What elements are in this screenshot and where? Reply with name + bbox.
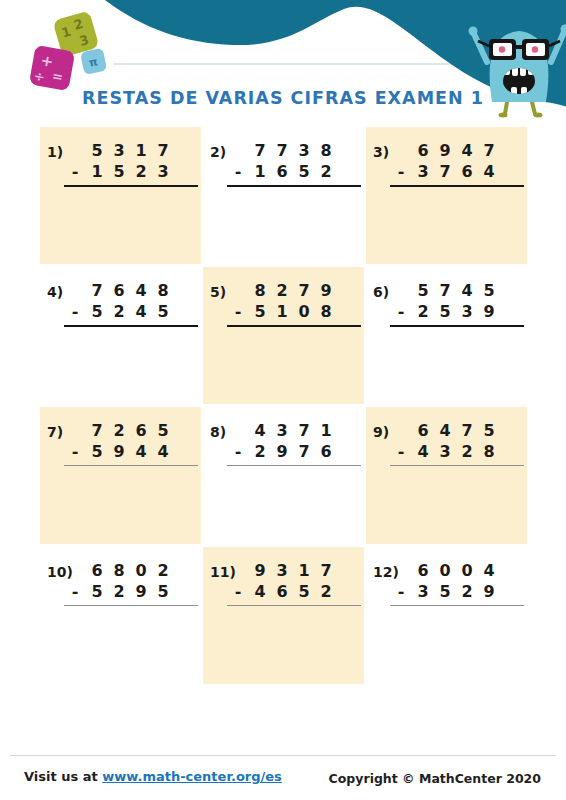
digit: 6 [412, 141, 434, 160]
digit: 6 [108, 281, 130, 300]
digit: 2 [315, 582, 337, 601]
problem-number: 5) [210, 284, 226, 300]
digit: 0 [434, 561, 456, 580]
digit: 6 [315, 442, 337, 461]
minuend: 4371 [227, 420, 361, 441]
subtrahend: -3764 [390, 161, 524, 182]
digit: 3 [412, 582, 434, 601]
subtraction-problem: 7265 -5944 [64, 420, 198, 466]
digit: 4 [456, 141, 478, 160]
digit: 8 [108, 561, 130, 580]
digit: 4 [249, 582, 271, 601]
problem-number: 4) [47, 284, 63, 300]
digit: 4 [130, 442, 152, 461]
dice-operators-icon: + ÷ = [29, 45, 75, 91]
digit: 3 [434, 442, 456, 461]
digit: 1 [271, 302, 293, 321]
digit: 7 [293, 442, 315, 461]
answer-line [64, 325, 198, 327]
digit: 0 [130, 561, 152, 580]
problem-cell: 3) 6947 -3764 [366, 127, 527, 264]
problem-cell: 4) 7648 -5245 [40, 267, 201, 404]
subtraction-problem: 6802 -5295 [64, 560, 198, 606]
minuend: 7648 [64, 280, 198, 301]
digit: 3 [152, 162, 174, 181]
digit: 4 [130, 281, 152, 300]
digit: 5 [86, 302, 108, 321]
digit: 5 [86, 141, 108, 160]
digit: 7 [434, 162, 456, 181]
minuend: 5745 [390, 280, 524, 301]
digit: 1 [249, 162, 271, 181]
digit: 0 [456, 561, 478, 580]
problem-cell: 8) 4371 -2976 [203, 407, 364, 544]
dice-pi-icon: π [80, 48, 107, 75]
subtrahend: -5108 [227, 301, 361, 322]
minuend: 8279 [227, 280, 361, 301]
minuend: 6802 [64, 560, 198, 581]
answer-line [390, 605, 524, 606]
minus-sign: - [227, 442, 249, 461]
subtraction-problem: 6947 -3764 [390, 140, 524, 187]
problem-number: 6) [373, 284, 389, 300]
problem-cell: 7) 7265 -5944 [40, 407, 201, 544]
subtrahend: -2976 [227, 441, 361, 462]
digit: 3 [293, 141, 315, 160]
digit: 7 [86, 281, 108, 300]
subtraction-problem: 8279 -5108 [227, 280, 361, 327]
digit: 6 [271, 162, 293, 181]
digit: 7 [293, 421, 315, 440]
visit-prefix: Visit us at [24, 769, 102, 784]
digit: 1 [293, 561, 315, 580]
subtrahend: -3529 [390, 581, 524, 602]
digit: 9 [434, 141, 456, 160]
subtraction-problem: 6475 -4328 [390, 420, 524, 466]
digit: 2 [152, 561, 174, 580]
subtrahend: -5295 [64, 581, 198, 602]
subtrahend: -1523 [64, 161, 198, 182]
problem-cell: 9) 6475 -4328 [366, 407, 527, 544]
digit: 2 [108, 582, 130, 601]
digit: 6 [271, 582, 293, 601]
subtrahend: -4652 [227, 581, 361, 602]
minus-sign: - [64, 442, 86, 461]
minuend: 6004 [390, 560, 524, 581]
digit: 3 [271, 421, 293, 440]
problem-cell: 10) 6802 -5295 [40, 547, 201, 684]
digit: 4 [456, 281, 478, 300]
digit: 1 [130, 141, 152, 160]
digit: 2 [456, 442, 478, 461]
answer-line [227, 605, 361, 606]
footer-divider [10, 755, 556, 756]
digit: 7 [434, 281, 456, 300]
digit: 9 [130, 582, 152, 601]
digit: 2 [108, 302, 130, 321]
copyright-text: Copyright © MathCenter 2020 [329, 771, 541, 786]
minuend: 7265 [64, 420, 198, 441]
minus-sign: - [390, 442, 412, 461]
digit: 5 [434, 582, 456, 601]
digit: 1 [315, 421, 337, 440]
digit: 9 [315, 281, 337, 300]
digit: 5 [293, 582, 315, 601]
subtraction-problem: 7738 -1652 [227, 140, 361, 187]
digit: 5 [86, 442, 108, 461]
digit: 2 [271, 281, 293, 300]
minus-sign: - [390, 302, 412, 321]
digit: 4 [249, 421, 271, 440]
digit: 7 [152, 141, 174, 160]
digit: 2 [249, 442, 271, 461]
digit: 5 [152, 421, 174, 440]
minuend: 9317 [227, 560, 361, 581]
problem-cell: 6) 5745 -2539 [366, 267, 527, 404]
digit: 0 [293, 302, 315, 321]
digit: 7 [456, 421, 478, 440]
minus-sign: - [64, 582, 86, 601]
minus-sign: - [64, 302, 86, 321]
problem-cell: 11) 9317 -4652 [203, 547, 364, 684]
subtraction-problem: 5745 -2539 [390, 280, 524, 327]
minus-sign: - [390, 582, 412, 601]
minuend: 5317 [64, 140, 198, 161]
digit: 1 [86, 162, 108, 181]
answer-line [64, 605, 198, 606]
digit: 4 [130, 302, 152, 321]
digit: 7 [293, 281, 315, 300]
digit: 2 [108, 421, 130, 440]
digit: 7 [315, 561, 337, 580]
header-art: 1 2 3 + ÷ = π [0, 0, 566, 132]
digit: 2 [130, 162, 152, 181]
digit: 5 [478, 281, 500, 300]
minuend: 6947 [390, 140, 524, 161]
minus-sign: - [227, 302, 249, 321]
problem-cell: 2) 7738 -1652 [203, 127, 364, 264]
digit: 9 [108, 442, 130, 461]
answer-line [227, 185, 361, 187]
minuend: 7738 [227, 140, 361, 161]
digit: 5 [478, 421, 500, 440]
subtrahend: -5944 [64, 441, 198, 462]
digit: 4 [478, 162, 500, 181]
visit-us-text: Visit us at www.math-center.org/es [24, 769, 282, 784]
math-center-link[interactable]: www.math-center.org/es [102, 769, 282, 784]
digit: 5 [249, 302, 271, 321]
answer-line [227, 325, 361, 327]
digit: 4 [152, 442, 174, 461]
digit: 9 [249, 561, 271, 580]
problem-number: 3) [373, 144, 389, 160]
problem-cell: 1) 5317 -1523 [40, 127, 201, 264]
subtraction-problem: 6004 -3529 [390, 560, 524, 606]
problems-grid: 1) 5317 -1523 2) 7738 -1652 3) 6947 -376… [40, 127, 527, 684]
answer-line [390, 185, 524, 187]
digit: 6 [86, 561, 108, 580]
digit: 4 [412, 442, 434, 461]
digit: 5 [434, 302, 456, 321]
problem-cell: 12) 6004 -3529 [366, 547, 527, 684]
digit: 2 [412, 302, 434, 321]
subtraction-problem: 7648 -5245 [64, 280, 198, 327]
answer-line [64, 185, 198, 187]
digit: 6 [456, 162, 478, 181]
problem-cell: 5) 8279 -5108 [203, 267, 364, 404]
minuend: 6475 [390, 420, 524, 441]
answer-line [390, 325, 524, 327]
subtraction-problem: 4371 -2976 [227, 420, 361, 466]
problem-number: 8) [210, 424, 226, 440]
digit: 5 [108, 162, 130, 181]
answer-line [64, 465, 198, 466]
problem-number: 9) [373, 424, 389, 440]
digit: 5 [412, 281, 434, 300]
digit: 2 [456, 582, 478, 601]
page-title: RESTAS DE VARIAS CIFRAS EXAMEN 1 [0, 88, 566, 108]
worksheet-page: 1 2 3 + ÷ = π RESTAS DE VARIAS CIFRAS EX… [0, 0, 566, 800]
digit: 9 [271, 442, 293, 461]
minus-sign: - [64, 162, 86, 181]
minus-sign: - [390, 162, 412, 181]
digit: 9 [478, 302, 500, 321]
subtraction-problem: 5317 -1523 [64, 140, 198, 187]
subtrahend: -4328 [390, 441, 524, 462]
subtrahend: -2539 [390, 301, 524, 322]
digit: 3 [108, 141, 130, 160]
digit: 8 [315, 141, 337, 160]
digit: 6 [412, 561, 434, 580]
digit: 3 [271, 561, 293, 580]
digit: 5 [152, 582, 174, 601]
digit: 7 [271, 141, 293, 160]
subtrahend: -5245 [64, 301, 198, 322]
digit: 6 [412, 421, 434, 440]
digit: 6 [130, 421, 152, 440]
answer-line [390, 465, 524, 466]
digit: 4 [434, 421, 456, 440]
digit: 8 [315, 302, 337, 321]
digit: 8 [478, 442, 500, 461]
minus-sign: - [227, 162, 249, 181]
digit: 7 [86, 421, 108, 440]
digit: 3 [456, 302, 478, 321]
answer-line [227, 465, 361, 466]
digit: 7 [478, 141, 500, 160]
digit: 5 [86, 582, 108, 601]
digit: 8 [249, 281, 271, 300]
digit: 9 [478, 582, 500, 601]
digit: 5 [293, 162, 315, 181]
problem-number: 2) [210, 144, 226, 160]
problem-number: 1) [47, 144, 63, 160]
digit: 2 [315, 162, 337, 181]
subtrahend: -1652 [227, 161, 361, 182]
minus-sign: - [227, 582, 249, 601]
problem-number: 7) [47, 424, 63, 440]
subtraction-problem: 9317 -4652 [227, 560, 361, 606]
digit: 3 [412, 162, 434, 181]
digit: 5 [152, 302, 174, 321]
digit: 7 [249, 141, 271, 160]
digit: 4 [478, 561, 500, 580]
digit: 8 [152, 281, 174, 300]
